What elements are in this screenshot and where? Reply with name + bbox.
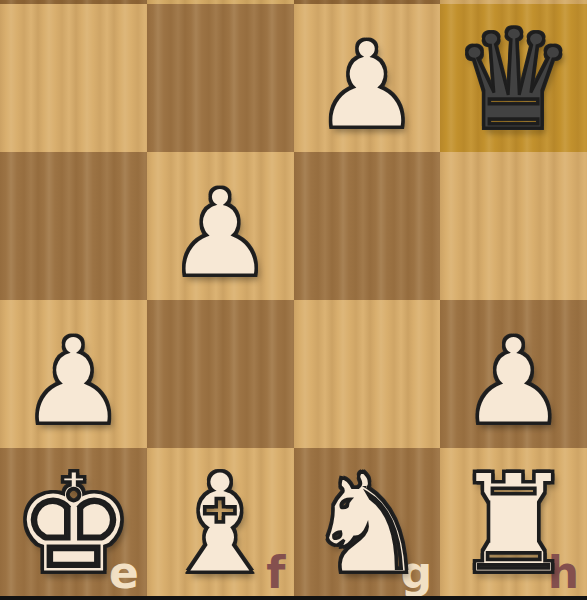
square-g1[interactable]: g♞ [294,448,441,596]
square-e1[interactable]: e♚ [0,448,147,596]
square-h1[interactable]: h♜ [440,448,587,596]
piece-white-pawn-g4[interactable]: ♟ [313,26,421,146]
square-g4[interactable]: ♟ [294,4,441,152]
square-f2[interactable] [147,300,294,448]
piece-white-pawn-h2[interactable]: ♟ [460,322,568,442]
piece-white-bishop-f1[interactable]: ♝ [158,456,282,594]
piece-white-pawn-e2[interactable]: ♟ [20,322,128,442]
piece-white-rook-h1[interactable]: ♜ [452,456,576,594]
board: ♟♛♟♟♟e♚f♝g♞h♜ [0,0,587,600]
square-h2[interactable]: ♟ [440,300,587,448]
square-e2[interactable]: ♟ [0,300,147,448]
square-h4[interactable]: ♛ [440,4,587,152]
square-g3[interactable] [294,152,441,300]
square-e3[interactable] [0,152,147,300]
square-e4[interactable] [0,4,147,152]
square-f1[interactable]: f♝ [147,448,294,596]
square-h3[interactable] [440,152,587,300]
square-g2[interactable] [294,300,441,448]
piece-white-king-e1[interactable]: ♚ [12,456,136,594]
piece-black-queen-h4[interactable]: ♛ [452,12,576,150]
board-bottom-edge [0,596,587,600]
square-f4[interactable] [147,4,294,152]
chessboard-view: ♟♛♟♟♟e♚f♝g♞h♜ [0,0,587,600]
square-f3[interactable]: ♟ [147,152,294,300]
piece-white-knight-g1[interactable]: ♞ [305,456,429,594]
piece-white-pawn-f3[interactable]: ♟ [166,174,274,294]
